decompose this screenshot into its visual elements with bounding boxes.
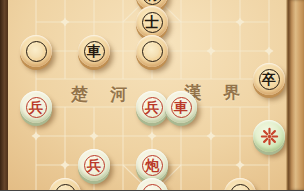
river-text-chu-he: 楚 河: [71, 83, 135, 106]
piece-red-hidden-flower[interactable]: [253, 120, 285, 152]
xiangqi-board: 楚 河 漢 界 將士車卒兵兵車兵炮: [0, 0, 304, 190]
piece-black-advisor[interactable]: 士: [136, 6, 168, 38]
piece-red-soldier-a[interactable]: 兵: [20, 91, 52, 123]
piece-ring: 兵: [142, 97, 163, 118]
board-frame: [288, 0, 304, 190]
flower-back-icon: [260, 127, 279, 146]
table-edge: [0, 0, 8, 190]
blank-center: [233, 187, 247, 190]
piece-character: 士: [145, 15, 159, 29]
piece-ring: 士: [142, 12, 163, 33]
piece-character: 將: [145, 0, 159, 1]
piece-character: 兵: [29, 100, 43, 114]
blank-center: [29, 44, 43, 58]
face-down-back: [142, 41, 163, 62]
piece-ring: 車: [171, 97, 192, 118]
piece-character: 車: [174, 100, 188, 114]
piece-character: 車: [87, 44, 101, 58]
piece-ring: 兵: [26, 97, 47, 118]
piece-ring: [142, 184, 163, 191]
piece-red-cannon[interactable]: 炮: [136, 149, 168, 181]
piece-ring: 車: [84, 41, 105, 62]
piece-character: 兵: [87, 158, 101, 172]
piece-black-soldier[interactable]: 卒: [253, 63, 285, 95]
face-down-back: [55, 184, 76, 191]
piece-ring: 將: [142, 0, 163, 5]
piece-character: 兵: [145, 100, 159, 114]
face-down-back: [26, 41, 47, 62]
piece-black-hidden-a[interactable]: [20, 35, 52, 67]
blank-center: [145, 44, 159, 58]
piece-red-chariot[interactable]: 車: [165, 91, 197, 123]
piece-red-soldier-b[interactable]: 兵: [136, 91, 168, 123]
piece-ring: 卒: [259, 69, 280, 90]
blank-center: [58, 187, 72, 190]
piece-ring: 炮: [142, 155, 163, 176]
piece-black-hidden-b[interactable]: [136, 35, 168, 67]
piece-black-chariot[interactable]: 車: [78, 35, 110, 67]
piece-red-soldier-c[interactable]: 兵: [78, 149, 110, 181]
piece-character: 卒: [262, 72, 276, 86]
face-down-back: [230, 184, 251, 191]
piece-character: 炮: [145, 158, 159, 172]
piece-ring: 兵: [84, 155, 105, 176]
